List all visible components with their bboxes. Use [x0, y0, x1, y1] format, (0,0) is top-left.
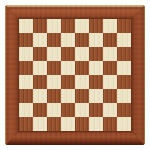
square-h6[interactable]: [117, 47, 131, 61]
square-g8[interactable]: [103, 19, 117, 33]
square-h4[interactable]: [117, 75, 131, 89]
square-h3[interactable]: [117, 89, 131, 103]
square-c1[interactable]: [47, 117, 61, 131]
square-b2[interactable]: [33, 103, 47, 117]
square-c2[interactable]: [47, 103, 61, 117]
square-g1[interactable]: [103, 117, 117, 131]
square-a5[interactable]: [19, 61, 33, 75]
square-d3[interactable]: [61, 89, 75, 103]
square-a1[interactable]: [19, 117, 33, 131]
square-a3[interactable]: [19, 89, 33, 103]
board-frame-left: [5, 5, 19, 145]
square-c3[interactable]: [47, 89, 61, 103]
square-d7[interactable]: [61, 33, 75, 47]
square-f2[interactable]: [89, 103, 103, 117]
square-a4[interactable]: [19, 75, 33, 89]
square-g3[interactable]: [103, 89, 117, 103]
board-frame-right: [131, 5, 145, 145]
square-a8[interactable]: [19, 19, 33, 33]
square-e3[interactable]: [75, 89, 89, 103]
square-a2[interactable]: [19, 103, 33, 117]
square-f1[interactable]: [89, 117, 103, 131]
square-a7[interactable]: [19, 33, 33, 47]
square-c5[interactable]: [47, 61, 61, 75]
chess-board: [5, 5, 145, 145]
square-b7[interactable]: [33, 33, 47, 47]
board-frame-bottom: [5, 131, 145, 145]
photo-background: [0, 0, 150, 150]
square-g4[interactable]: [103, 75, 117, 89]
square-h5[interactable]: [117, 61, 131, 75]
square-c8[interactable]: [47, 19, 61, 33]
square-d8[interactable]: [61, 19, 75, 33]
square-f8[interactable]: [89, 19, 103, 33]
square-d5[interactable]: [61, 61, 75, 75]
square-d2[interactable]: [61, 103, 75, 117]
square-c7[interactable]: [47, 33, 61, 47]
square-e8[interactable]: [75, 19, 89, 33]
square-e1[interactable]: [75, 117, 89, 131]
square-h7[interactable]: [117, 33, 131, 47]
square-b8[interactable]: [33, 19, 47, 33]
square-e6[interactable]: [75, 47, 89, 61]
square-b5[interactable]: [33, 61, 47, 75]
playing-area: [18, 18, 132, 132]
square-b6[interactable]: [33, 47, 47, 61]
square-b1[interactable]: [33, 117, 47, 131]
square-d1[interactable]: [61, 117, 75, 131]
square-e5[interactable]: [75, 61, 89, 75]
square-f6[interactable]: [89, 47, 103, 61]
square-d4[interactable]: [61, 75, 75, 89]
square-c6[interactable]: [47, 47, 61, 61]
square-h2[interactable]: [117, 103, 131, 117]
square-e7[interactable]: [75, 33, 89, 47]
square-c4[interactable]: [47, 75, 61, 89]
square-h1[interactable]: [117, 117, 131, 131]
square-g2[interactable]: [103, 103, 117, 117]
square-e2[interactable]: [75, 103, 89, 117]
square-g6[interactable]: [103, 47, 117, 61]
square-g7[interactable]: [103, 33, 117, 47]
square-f3[interactable]: [89, 89, 103, 103]
square-f4[interactable]: [89, 75, 103, 89]
board-frame-top: [5, 5, 145, 19]
square-d6[interactable]: [61, 47, 75, 61]
square-a6[interactable]: [19, 47, 33, 61]
square-f5[interactable]: [89, 61, 103, 75]
square-b3[interactable]: [33, 89, 47, 103]
square-h8[interactable]: [117, 19, 131, 33]
square-g5[interactable]: [103, 61, 117, 75]
square-e4[interactable]: [75, 75, 89, 89]
square-f7[interactable]: [89, 33, 103, 47]
square-b4[interactable]: [33, 75, 47, 89]
